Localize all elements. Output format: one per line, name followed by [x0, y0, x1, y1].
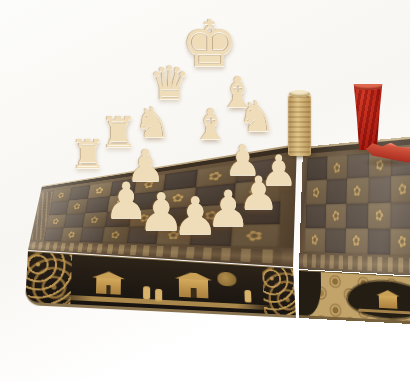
board-square[interactable]	[368, 176, 391, 202]
gilt-foliage-motif: ✿	[374, 207, 385, 225]
cup-rim	[353, 83, 383, 90]
gilt-foliage-motif: ✿	[352, 233, 360, 248]
board-square[interactable]	[325, 228, 346, 253]
board-square[interactable]: ✿	[368, 202, 391, 228]
board-square[interactable]: ✿	[305, 228, 325, 253]
chinoiserie-pavilion-motif	[379, 295, 398, 308]
chinoiserie-ground-line	[358, 309, 410, 315]
chess-piece-knight[interactable]: ♞	[238, 96, 276, 138]
gilt-foliage-motif: ✿	[58, 190, 65, 200]
gilt-foliage-motif: ✿	[67, 229, 75, 239]
gilt-foliage-motif: ✿	[331, 207, 340, 224]
landscape-cartouche	[348, 279, 410, 320]
natural-cylinder-cup[interactable]	[288, 92, 311, 156]
board-square[interactable]: ✿	[345, 228, 367, 254]
gilt-foliage-motif: ✿	[310, 232, 319, 248]
board-square[interactable]	[306, 204, 326, 228]
chinoiserie-pavilion-motif	[96, 278, 121, 295]
chinoiserie-ground-line	[49, 294, 276, 310]
gilt-foliage-motif: ✿	[311, 184, 321, 200]
gilt-foliage-motif: ✿	[73, 202, 80, 212]
gilt-foliage-motif: ✿	[397, 232, 409, 251]
board-square[interactable]	[347, 153, 369, 179]
front-edge-right-leaf	[299, 270, 410, 330]
photo-canvas: ✿✿✿✿✿✿✿✿✿✿✿✿✿✿✿✿ ✿✿✿✿✿✿✿✿✿✿✿✿✿✿✿✿	[0, 0, 410, 381]
chess-piece-knight[interactable]: ♞	[134, 102, 172, 144]
board-square[interactable]: ✿	[391, 175, 410, 202]
chinoiserie-figure-motif	[244, 290, 251, 303]
board-square[interactable]: ✿	[325, 203, 346, 228]
gilt-foliage-motif: ✿	[353, 183, 362, 198]
lacquer-cartouche-edge	[299, 271, 321, 316]
chinoiserie-tree-motif	[217, 272, 236, 287]
board-square[interactable]	[391, 202, 410, 229]
gilt-foliage-motif: ✿	[51, 216, 60, 225]
chess-piece-pawn[interactable]: ♟	[172, 190, 219, 242]
cup-top	[289, 90, 310, 97]
board-square[interactable]: ✿	[390, 228, 410, 255]
board-square[interactable]	[326, 179, 347, 204]
gilt-foliage-motif: ✿	[397, 180, 408, 198]
board-square[interactable]: ✿	[326, 155, 347, 180]
gilt-foliage-motif: ✿	[333, 159, 341, 175]
board-square[interactable]: ✿	[306, 180, 326, 204]
chinoiserie-pavilion-motif	[179, 279, 209, 299]
chess-piece-rook[interactable]: ♜	[70, 134, 106, 174]
board-square[interactable]	[346, 203, 368, 229]
chinoiserie-figure-motif	[143, 286, 150, 299]
board-square[interactable]	[367, 228, 390, 255]
board-square[interactable]: ✿	[346, 178, 368, 204]
